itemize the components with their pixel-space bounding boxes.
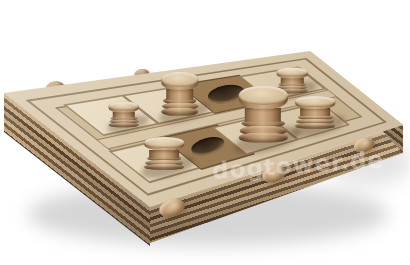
knob-neck (166, 89, 194, 100)
knob-top-cap (296, 96, 336, 107)
knob-r0c0[interactable] (109, 102, 140, 128)
knob-r1c2[interactable] (239, 86, 287, 143)
knob-neck (113, 112, 136, 118)
knob-ring3 (144, 164, 184, 170)
knob-r1c0[interactable] (144, 137, 184, 170)
knob-top-cap (277, 68, 308, 77)
knob-neck (150, 150, 179, 158)
knob-ring3 (109, 122, 140, 127)
product-photo: dogtower.de (0, 0, 410, 265)
knob-top-cap (144, 137, 184, 148)
knob-ring3 (239, 133, 287, 143)
knob-r0c1[interactable] (161, 72, 198, 116)
knob-ring3 (296, 123, 336, 129)
knob-neck (301, 108, 330, 116)
knob-r1c3[interactable] (296, 96, 336, 129)
knob-top-cap (109, 102, 140, 111)
knob-neck (245, 108, 281, 122)
knob-neck (281, 78, 304, 84)
knob-ring3 (161, 108, 198, 116)
